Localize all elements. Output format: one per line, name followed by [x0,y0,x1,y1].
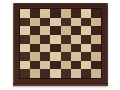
square-c6[interactable] [40,26,50,35]
square-a2[interactable] [20,61,30,70]
square-d6[interactable] [50,26,60,35]
square-b4[interactable] [30,44,40,53]
square-d4[interactable] [50,44,60,53]
square-b8[interactable] [30,9,40,18]
square-b6[interactable] [30,26,40,35]
square-d8[interactable] [50,9,60,18]
square-f7[interactable] [71,18,81,27]
square-a3[interactable] [20,52,30,61]
square-b7[interactable] [30,18,40,27]
square-c3[interactable] [40,52,50,61]
square-g2[interactable] [81,61,91,70]
square-e4[interactable] [61,44,71,53]
square-a6[interactable] [20,26,30,35]
square-c2[interactable] [40,61,50,70]
square-g8[interactable] [81,9,91,18]
square-b1[interactable] [30,69,40,78]
photo-background [0,0,120,90]
square-e8[interactable] [61,9,71,18]
board-grid [19,8,102,79]
square-b5[interactable] [30,35,40,44]
square-a4[interactable] [20,44,30,53]
square-a5[interactable] [20,35,30,44]
square-e5[interactable] [61,35,71,44]
square-f5[interactable] [71,35,81,44]
chessboard [13,3,108,86]
square-d3[interactable] [50,52,60,61]
square-a8[interactable] [20,9,30,18]
square-c8[interactable] [40,9,50,18]
square-f2[interactable] [71,61,81,70]
square-e3[interactable] [61,52,71,61]
board-bottom-edge [13,83,108,86]
square-h4[interactable] [91,44,101,53]
square-d7[interactable] [50,18,60,27]
square-e1[interactable] [61,69,71,78]
square-a7[interactable] [20,18,30,27]
square-c1[interactable] [40,69,50,78]
square-d1[interactable] [50,69,60,78]
square-g4[interactable] [81,44,91,53]
square-e7[interactable] [61,18,71,27]
square-e2[interactable] [61,61,71,70]
square-f8[interactable] [71,9,81,18]
square-e6[interactable] [61,26,71,35]
square-f4[interactable] [71,44,81,53]
square-c7[interactable] [40,18,50,27]
square-d2[interactable] [50,61,60,70]
square-h7[interactable] [91,18,101,27]
square-g5[interactable] [81,35,91,44]
square-h3[interactable] [91,52,101,61]
square-b3[interactable] [30,52,40,61]
square-c4[interactable] [40,44,50,53]
square-f6[interactable] [71,26,81,35]
square-h5[interactable] [91,35,101,44]
square-c5[interactable] [40,35,50,44]
square-h8[interactable] [91,9,101,18]
square-h2[interactable] [91,61,101,70]
square-b2[interactable] [30,61,40,70]
square-g7[interactable] [81,18,91,27]
square-d5[interactable] [50,35,60,44]
square-h1[interactable] [91,69,101,78]
square-a1[interactable] [20,69,30,78]
square-h6[interactable] [91,26,101,35]
square-g1[interactable] [81,69,91,78]
square-g3[interactable] [81,52,91,61]
square-g6[interactable] [81,26,91,35]
square-f3[interactable] [71,52,81,61]
square-f1[interactable] [71,69,81,78]
